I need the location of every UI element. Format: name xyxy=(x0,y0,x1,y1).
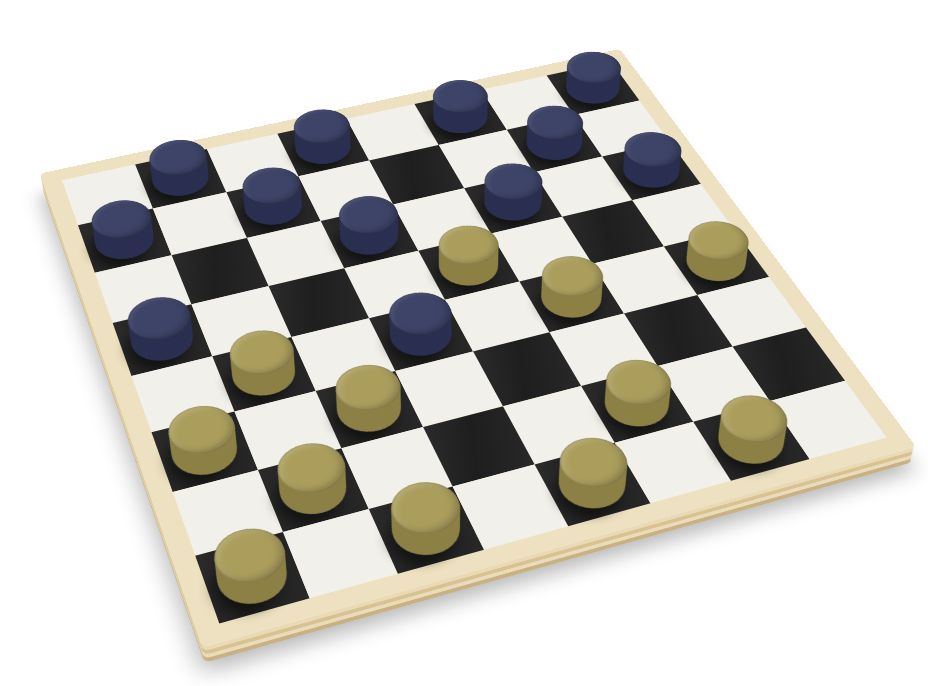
gold-piece-r7c0[interactable] xyxy=(209,543,295,612)
gold-piece-r4c5[interactable] xyxy=(532,272,610,323)
navy-piece-r0c5[interactable] xyxy=(426,96,495,138)
board-grid xyxy=(62,62,887,624)
gold-piece-r6c5[interactable] xyxy=(595,375,679,433)
gold-piece-r7c4[interactable] xyxy=(549,453,636,516)
gold-piece-r7c2[interactable] xyxy=(383,497,469,562)
navy-piece-r0c3[interactable] xyxy=(289,126,358,169)
navy-piece-r2c7[interactable] xyxy=(614,148,688,192)
gold-piece-r5c0[interactable] xyxy=(165,421,245,481)
navy-piece-r1c2[interactable] xyxy=(238,184,309,230)
navy-piece-r1c0[interactable] xyxy=(90,216,160,264)
navy-piece-r3c0[interactable] xyxy=(125,313,200,367)
gold-piece-r4c1[interactable] xyxy=(225,346,303,402)
gold-piece-r5c2[interactable] xyxy=(329,380,410,438)
gold-piece-r3c4[interactable] xyxy=(431,242,507,292)
navy-piece-r2c5[interactable] xyxy=(476,180,550,226)
navy-piece-r1c6[interactable] xyxy=(519,122,591,165)
navy-piece-r4c3[interactable] xyxy=(382,308,460,361)
checkers-board xyxy=(40,49,917,648)
navy-piece-r0c1[interactable] xyxy=(146,156,214,201)
navy-piece-r2c3[interactable] xyxy=(333,212,406,260)
gold-piece-r7c6[interactable] xyxy=(708,411,795,471)
navy-piece-r0c7[interactable] xyxy=(558,68,628,108)
gold-piece-r6c1[interactable] xyxy=(272,458,355,521)
gold-piece-r4c7[interactable] xyxy=(677,237,756,286)
photo-scene xyxy=(0,0,928,686)
